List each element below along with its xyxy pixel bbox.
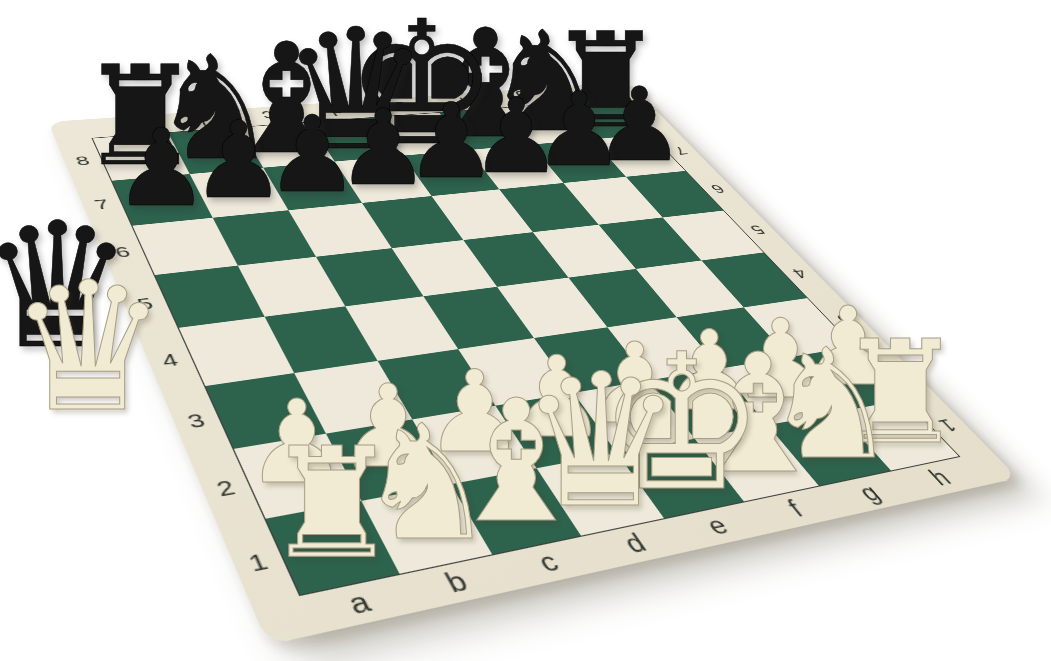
coord-file-near-b: b <box>428 562 486 603</box>
coord-file-near-f: f <box>768 492 822 527</box>
coord-file-far-b: b <box>179 111 218 129</box>
coord-file-near-d: d <box>607 525 663 563</box>
coord-file-near-c: c <box>520 543 577 582</box>
board-grid <box>91 99 960 596</box>
coord-file-near-a: a <box>330 582 388 625</box>
coord-file-near-h: h <box>914 462 967 494</box>
coord-rank-left-8: 8 <box>62 150 103 170</box>
coord-file-near-g: g <box>843 476 897 509</box>
coord-file-far-c: c <box>250 107 289 125</box>
coord-rank-left-7: 7 <box>81 194 123 216</box>
coord-rank-left-5: 5 <box>122 291 168 318</box>
coord-rank-left-6: 6 <box>100 240 144 264</box>
coord-file-far-f: f <box>445 93 483 109</box>
coord-file-far-h: h <box>564 85 601 101</box>
coord-file-far-g: g <box>505 89 542 105</box>
coord-file-near-e: e <box>690 508 745 544</box>
coord-file-far-d: d <box>317 102 355 119</box>
chess-set-photo: aa88bb77cc66dd55ee44ff33gg22hh11 ♜♞♝♛♚♝♞… <box>0 0 1051 661</box>
chess-board: aa88bb77cc66dd55ee44ff33gg22hh11 <box>48 82 1018 645</box>
coord-file-far-a: a <box>106 116 145 135</box>
coord-file-far-e: e <box>382 98 420 115</box>
